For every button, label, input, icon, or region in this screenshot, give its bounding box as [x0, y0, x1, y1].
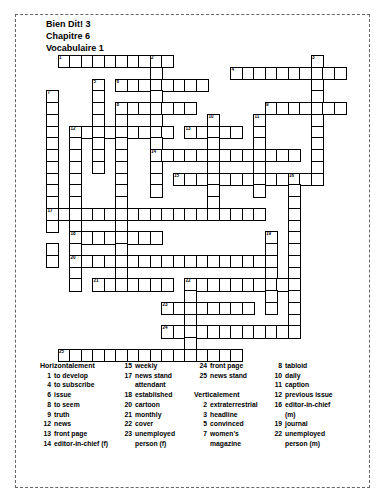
clue-item-text: editor-in-chief(m) [282, 400, 330, 419]
clue-item-text: daily [282, 371, 301, 381]
clue-item-text: to seem [51, 400, 80, 410]
clue-item-text: issue [51, 390, 71, 400]
clue-item-number: 20 [119, 400, 132, 410]
title-line-book: Bien Dit! 3 [46, 18, 104, 30]
clue-item-number: 22 [268, 429, 282, 448]
clue-item-text: to develop [51, 371, 88, 381]
clue-item-number: 12 [268, 390, 282, 400]
clue-item-12: 12previous issue [268, 390, 333, 400]
clue-item-number: 18 [119, 390, 132, 400]
clue-item-number: 17 [119, 371, 132, 390]
clue-item-number: 25 [194, 371, 207, 381]
clue-item-number: 5 [194, 419, 207, 429]
clue-item-text: editor-in-chief (f) [51, 439, 108, 449]
crossword-cell[interactable] [253, 208, 266, 221]
clue-item-10: 10daily [268, 371, 333, 381]
clue-number-11: 11 [255, 115, 259, 120]
clue-item-19: 19journal [268, 419, 333, 429]
clue-item-number: 8 [268, 361, 282, 371]
clue-column-1: Horizontalement1to develop4to subscribe6… [40, 361, 108, 448]
clue-number-7: 7 [48, 91, 50, 96]
clue-item-number: 14 [40, 439, 51, 449]
clue-item-number: 9 [40, 410, 51, 420]
clue-item-text: extraterrestrial [207, 400, 258, 410]
clue-item-1: 1to develop [40, 371, 108, 381]
crossword-cell[interactable] [161, 126, 174, 139]
clue-item-9: 9truth [40, 410, 108, 420]
clue-item-text: convinced [207, 419, 244, 429]
clue-number-14: 14 [151, 150, 156, 155]
crossword-cell[interactable] [150, 231, 163, 244]
clue-item-text: news stand [207, 371, 247, 381]
clue-number-12: 12 [71, 127, 76, 132]
clue-item-text: to subscribe [51, 380, 94, 390]
clue-item-text: journal [282, 419, 308, 429]
clue-list-header: Horizontalement [40, 361, 108, 371]
clue-item-number: 12 [40, 419, 51, 429]
crossword-cell[interactable] [150, 184, 163, 197]
clue-item-number: 23 [119, 429, 132, 448]
clue-item-3: 3headline [194, 410, 258, 420]
clue-item-12: 12news [40, 419, 108, 429]
clue-item-8: 8to seem [40, 400, 108, 410]
title-line-chapter: Chapitre 6 [46, 30, 104, 42]
crossword-cell[interactable] [184, 102, 197, 115]
clue-item-15: 15weekly [119, 361, 175, 371]
clue-item-number: 19 [268, 419, 282, 429]
crossword-cell[interactable] [69, 278, 82, 291]
clue-item-6: 6issue [40, 390, 108, 400]
crossword-cell[interactable] [265, 302, 278, 315]
clue-number-1: 1 [59, 56, 61, 61]
clue-item-25: 25news stand [194, 371, 258, 381]
clue-number-3: 3 [312, 56, 314, 61]
crossword-grid: 1234567891011121314151617181920212223242… [46, 55, 345, 361]
clue-number-25: 25 [59, 350, 64, 355]
clue-item-text: monthly [132, 410, 161, 420]
clue-number-20: 20 [71, 256, 76, 261]
clue-item-22: 22unemployedperson (m) [268, 429, 333, 448]
clue-item-text: front page [51, 429, 87, 439]
clue-item-18: 18established [119, 390, 175, 400]
clue-item-5: 5convinced [194, 419, 258, 429]
clue-number-18: 18 [71, 232, 76, 237]
crossword-cell[interactable] [161, 55, 174, 68]
clue-item-8: 8tabloid [268, 361, 333, 371]
clue-item-number: 8 [40, 400, 51, 410]
clue-item-text: cartoon [132, 400, 160, 410]
crossword-cell[interactable] [230, 126, 243, 139]
clue-item-number: 21 [119, 410, 132, 420]
clue-item-text: weekly [132, 361, 157, 371]
clue-number-24: 24 [163, 326, 168, 331]
clue-item-4: 4to subscribe [40, 380, 108, 390]
clue-item-14: 14editor-in-chief (f) [40, 439, 108, 449]
clue-item-text: established [132, 390, 172, 400]
clue-item-text: news standattendant [132, 371, 172, 390]
clue-item-number: 13 [40, 429, 51, 439]
clue-item-24: 24front page [194, 361, 258, 371]
crossword-cell[interactable] [46, 255, 59, 268]
clue-item-text: unemployedperson (m) [282, 429, 325, 448]
crossword-cell[interactable] [46, 220, 59, 233]
clue-number-23: 23 [163, 303, 168, 308]
clue-number-8: 8 [117, 103, 119, 108]
clue-item-text: previous issue [282, 390, 333, 400]
clue-number-22: 22 [186, 279, 191, 284]
clue-item-text: tabloid [282, 361, 307, 371]
clue-number-17: 17 [48, 209, 53, 214]
clue-item-number: 10 [268, 371, 282, 381]
crossword-cell[interactable] [334, 67, 347, 80]
clue-item-23: 23unemployedperson (f) [119, 429, 175, 448]
clue-item-number: 7 [194, 429, 207, 448]
clue-number-2: 2 [151, 56, 153, 61]
clue-item-text: cover [132, 419, 153, 429]
clue-item-text: front page [207, 361, 243, 371]
clue-item-text: truth [51, 410, 69, 420]
clue-number-13: 13 [186, 127, 191, 132]
clue-column-2: 15weekly17news standattendant18establish… [119, 361, 175, 448]
clue-list-spacer [194, 380, 258, 390]
crossword-cell[interactable] [334, 102, 347, 115]
clue-item-number: 24 [194, 361, 207, 371]
clue-number-21: 21 [94, 279, 99, 284]
clue-item-7: 7women'smagazine [194, 429, 258, 448]
clue-number-16: 16 [289, 174, 294, 179]
clue-item-13: 13front page [40, 429, 108, 439]
clue-item-number: 15 [119, 361, 132, 371]
clue-item-number: 6 [40, 390, 51, 400]
title-line-vocab: Vocabulaire 1 [46, 42, 104, 54]
clue-item-16: 16editor-in-chief(m) [268, 400, 333, 419]
clue-item-number: 2 [194, 400, 207, 410]
clue-number-15: 15 [174, 174, 179, 179]
worksheet-title: Bien Dit! 3 Chapitre 6 Vocabulaire 1 [46, 18, 104, 54]
clue-item-text: unemployedperson (f) [132, 429, 175, 448]
clue-item-number: 16 [268, 400, 282, 419]
clue-item-text: news [51, 419, 71, 429]
crossword-cell[interactable] [311, 173, 324, 186]
clue-item-number: 3 [194, 410, 207, 420]
clue-item-number: 11 [268, 380, 282, 390]
clue-item-number: 22 [119, 419, 132, 429]
crossword-cell[interactable] [242, 302, 255, 315]
clue-item-2: 2extraterrestrial [194, 400, 258, 410]
clue-item-number: 4 [40, 380, 51, 390]
crossword-cell[interactable] [288, 149, 301, 162]
clue-number-6: 6 [117, 80, 119, 85]
clue-item-11: 11caption [268, 380, 333, 390]
clue-item-21: 21monthly [119, 410, 175, 420]
clue-item-number: 1 [40, 371, 51, 381]
clue-item-text: women'smagazine [207, 429, 241, 448]
clue-item-17: 17news standattendant [119, 371, 175, 390]
clue-number-4: 4 [232, 68, 234, 73]
clue-item-text: caption [282, 380, 309, 390]
crossword-cell[interactable] [253, 184, 266, 197]
crossword-cell[interactable] [196, 79, 209, 92]
crossword-cell[interactable] [288, 325, 301, 338]
clue-number-5: 5 [94, 80, 96, 85]
clue-item-20: 20cartoon [119, 400, 175, 410]
clue-item-text: headline [207, 410, 238, 420]
clue-item-22: 22cover [119, 419, 175, 429]
crossword-cell[interactable] [161, 278, 174, 291]
clue-column-4: 8tabloid10daily11caption12previous issue… [268, 361, 333, 448]
clue-list-header: Verticalement [194, 390, 258, 400]
clue-number-9: 9 [266, 103, 268, 108]
crossword-cell[interactable] [92, 161, 105, 174]
clue-column-3: 24front page25news standVerticalement2ex… [194, 361, 258, 448]
clue-number-19: 19 [266, 232, 271, 237]
clue-number-10: 10 [209, 115, 214, 120]
